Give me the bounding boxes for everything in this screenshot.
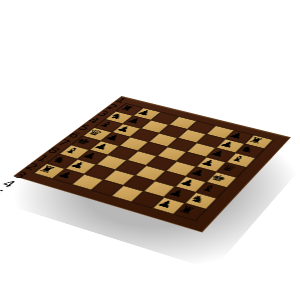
piece-white-pawn-h2[interactable]: ♟	[54, 169, 77, 181]
scene: 12345678 12345678 abcdefgh abcdefgh ♜♟♟♜…	[0, 0, 300, 300]
chess-board: 12345678 12345678 abcdefgh abcdefgh ♜♟♟♜…	[13, 96, 291, 232]
